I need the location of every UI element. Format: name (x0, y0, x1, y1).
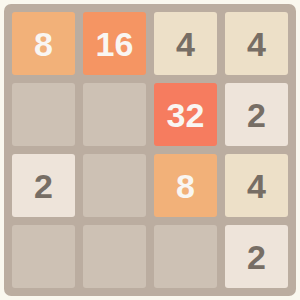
empty-cell (83, 154, 146, 217)
tile-2: 2 (225, 225, 288, 288)
tile-4: 4 (225, 12, 288, 75)
tile-2: 2 (12, 154, 75, 217)
tile-8: 8 (12, 12, 75, 75)
tile-8: 8 (154, 154, 217, 217)
page-background: 816443222842 (0, 0, 300, 300)
tile-2: 2 (225, 83, 288, 146)
empty-cell (154, 225, 217, 288)
tile-4: 4 (225, 154, 288, 217)
empty-cell (12, 83, 75, 146)
tile-32: 32 (154, 83, 217, 146)
empty-cell (12, 225, 75, 288)
empty-cell (83, 225, 146, 288)
tile-16: 16 (83, 12, 146, 75)
empty-cell (83, 83, 146, 146)
board-2048[interactable]: 816443222842 (4, 4, 296, 296)
tile-4: 4 (154, 12, 217, 75)
